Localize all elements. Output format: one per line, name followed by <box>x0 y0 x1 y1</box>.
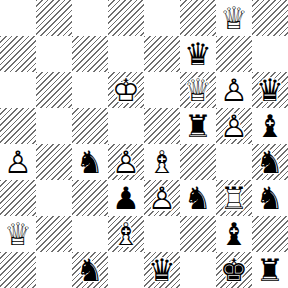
square-c7[interactable] <box>72 36 108 72</box>
square-c4[interactable]: ♞ <box>72 144 108 180</box>
white-queen: ♕ <box>180 72 216 108</box>
square-e8[interactable] <box>144 0 180 36</box>
white-pawn-fill: ♟ <box>108 144 144 180</box>
square-h4[interactable]: ♞ <box>252 144 288 180</box>
black-queen: ♛ <box>180 36 216 72</box>
square-g8[interactable]: ♛♕ <box>216 0 252 36</box>
black-pawn: ♟ <box>108 180 144 216</box>
white-king: ♔ <box>108 72 144 108</box>
square-a8[interactable] <box>0 0 36 36</box>
square-f4[interactable] <box>180 144 216 180</box>
square-a5[interactable] <box>0 108 36 144</box>
black-bishop: ♝ <box>252 108 288 144</box>
white-queen-fill: ♛ <box>0 216 36 252</box>
square-d1[interactable] <box>108 252 144 288</box>
white-bishop: ♗ <box>108 216 144 252</box>
square-a4[interactable]: ♟♙ <box>0 144 36 180</box>
square-f8[interactable] <box>180 0 216 36</box>
square-b4[interactable] <box>36 144 72 180</box>
square-g4[interactable] <box>216 144 252 180</box>
square-b1[interactable] <box>36 252 72 288</box>
square-c1[interactable]: ♞ <box>72 252 108 288</box>
black-knight: ♞ <box>72 252 108 288</box>
square-h6[interactable]: ♛ <box>252 72 288 108</box>
square-f7[interactable]: ♛ <box>180 36 216 72</box>
square-g2[interactable]: ♝ <box>216 216 252 252</box>
square-c2[interactable] <box>72 216 108 252</box>
square-b5[interactable] <box>36 108 72 144</box>
square-f2[interactable] <box>180 216 216 252</box>
white-bishop-fill: ♝ <box>108 216 144 252</box>
square-h2[interactable] <box>252 216 288 252</box>
square-a3[interactable] <box>0 180 36 216</box>
square-f1[interactable] <box>180 252 216 288</box>
black-knight: ♞ <box>72 144 108 180</box>
square-e5[interactable] <box>144 108 180 144</box>
square-b3[interactable] <box>36 180 72 216</box>
square-h8[interactable] <box>252 0 288 36</box>
square-c5[interactable] <box>72 108 108 144</box>
square-g5[interactable]: ♟♙ <box>216 108 252 144</box>
square-h7[interactable] <box>252 36 288 72</box>
square-e1[interactable]: ♛ <box>144 252 180 288</box>
black-queen: ♛ <box>144 252 180 288</box>
chess-board: ♛♕♛♚♔♛♕♟♙♛♜♟♙♝♟♙♞♟♙♝♗♞♟♟♙♞♜♖♞♛♕♝♗♝♞♛♚♜ <box>0 0 288 288</box>
square-d6[interactable]: ♚♔ <box>108 72 144 108</box>
black-queen: ♛ <box>252 72 288 108</box>
square-b2[interactable] <box>36 216 72 252</box>
black-rook: ♜ <box>252 252 288 288</box>
square-d5[interactable] <box>108 108 144 144</box>
square-e4[interactable]: ♝♗ <box>144 144 180 180</box>
square-c8[interactable] <box>72 0 108 36</box>
square-b8[interactable] <box>36 0 72 36</box>
white-pawn: ♙ <box>108 144 144 180</box>
square-e6[interactable] <box>144 72 180 108</box>
square-f6[interactable]: ♛♕ <box>180 72 216 108</box>
square-c6[interactable] <box>72 72 108 108</box>
white-pawn: ♙ <box>144 180 180 216</box>
black-knight: ♞ <box>180 180 216 216</box>
square-b7[interactable] <box>36 36 72 72</box>
white-bishop: ♗ <box>144 144 180 180</box>
square-e7[interactable] <box>144 36 180 72</box>
white-pawn: ♙ <box>0 144 36 180</box>
square-g3[interactable]: ♜♖ <box>216 180 252 216</box>
black-knight: ♞ <box>252 144 288 180</box>
white-pawn-fill: ♟ <box>0 144 36 180</box>
white-bishop-fill: ♝ <box>144 144 180 180</box>
white-rook: ♖ <box>216 180 252 216</box>
white-king-fill: ♚ <box>108 72 144 108</box>
white-pawn-fill: ♟ <box>144 180 180 216</box>
square-d3[interactable]: ♟ <box>108 180 144 216</box>
square-h3[interactable]: ♞ <box>252 180 288 216</box>
white-queen-fill: ♛ <box>180 72 216 108</box>
square-d2[interactable]: ♝♗ <box>108 216 144 252</box>
square-h1[interactable]: ♜ <box>252 252 288 288</box>
square-h5[interactable]: ♝ <box>252 108 288 144</box>
square-a2[interactable]: ♛♕ <box>0 216 36 252</box>
square-e2[interactable] <box>144 216 180 252</box>
square-c3[interactable] <box>72 180 108 216</box>
square-e3[interactable]: ♟♙ <box>144 180 180 216</box>
square-f3[interactable]: ♞ <box>180 180 216 216</box>
white-pawn: ♙ <box>216 72 252 108</box>
square-b6[interactable] <box>36 72 72 108</box>
square-d4[interactable]: ♟♙ <box>108 144 144 180</box>
white-pawn-fill: ♟ <box>216 108 252 144</box>
square-a1[interactable] <box>0 252 36 288</box>
white-queen: ♕ <box>216 0 252 36</box>
square-f5[interactable]: ♜ <box>180 108 216 144</box>
square-a6[interactable] <box>0 72 36 108</box>
white-pawn-fill: ♟ <box>216 72 252 108</box>
white-queen-fill: ♛ <box>216 0 252 36</box>
square-g1[interactable]: ♚ <box>216 252 252 288</box>
white-rook-fill: ♜ <box>216 180 252 216</box>
white-queen: ♕ <box>0 216 36 252</box>
square-g6[interactable]: ♟♙ <box>216 72 252 108</box>
white-pawn: ♙ <box>216 108 252 144</box>
black-rook: ♜ <box>180 108 216 144</box>
square-g7[interactable] <box>216 36 252 72</box>
square-d7[interactable] <box>108 36 144 72</box>
black-king: ♚ <box>216 252 252 288</box>
square-d8[interactable] <box>108 0 144 36</box>
black-knight: ♞ <box>252 180 288 216</box>
square-a7[interactable] <box>0 36 36 72</box>
black-bishop: ♝ <box>216 216 252 252</box>
